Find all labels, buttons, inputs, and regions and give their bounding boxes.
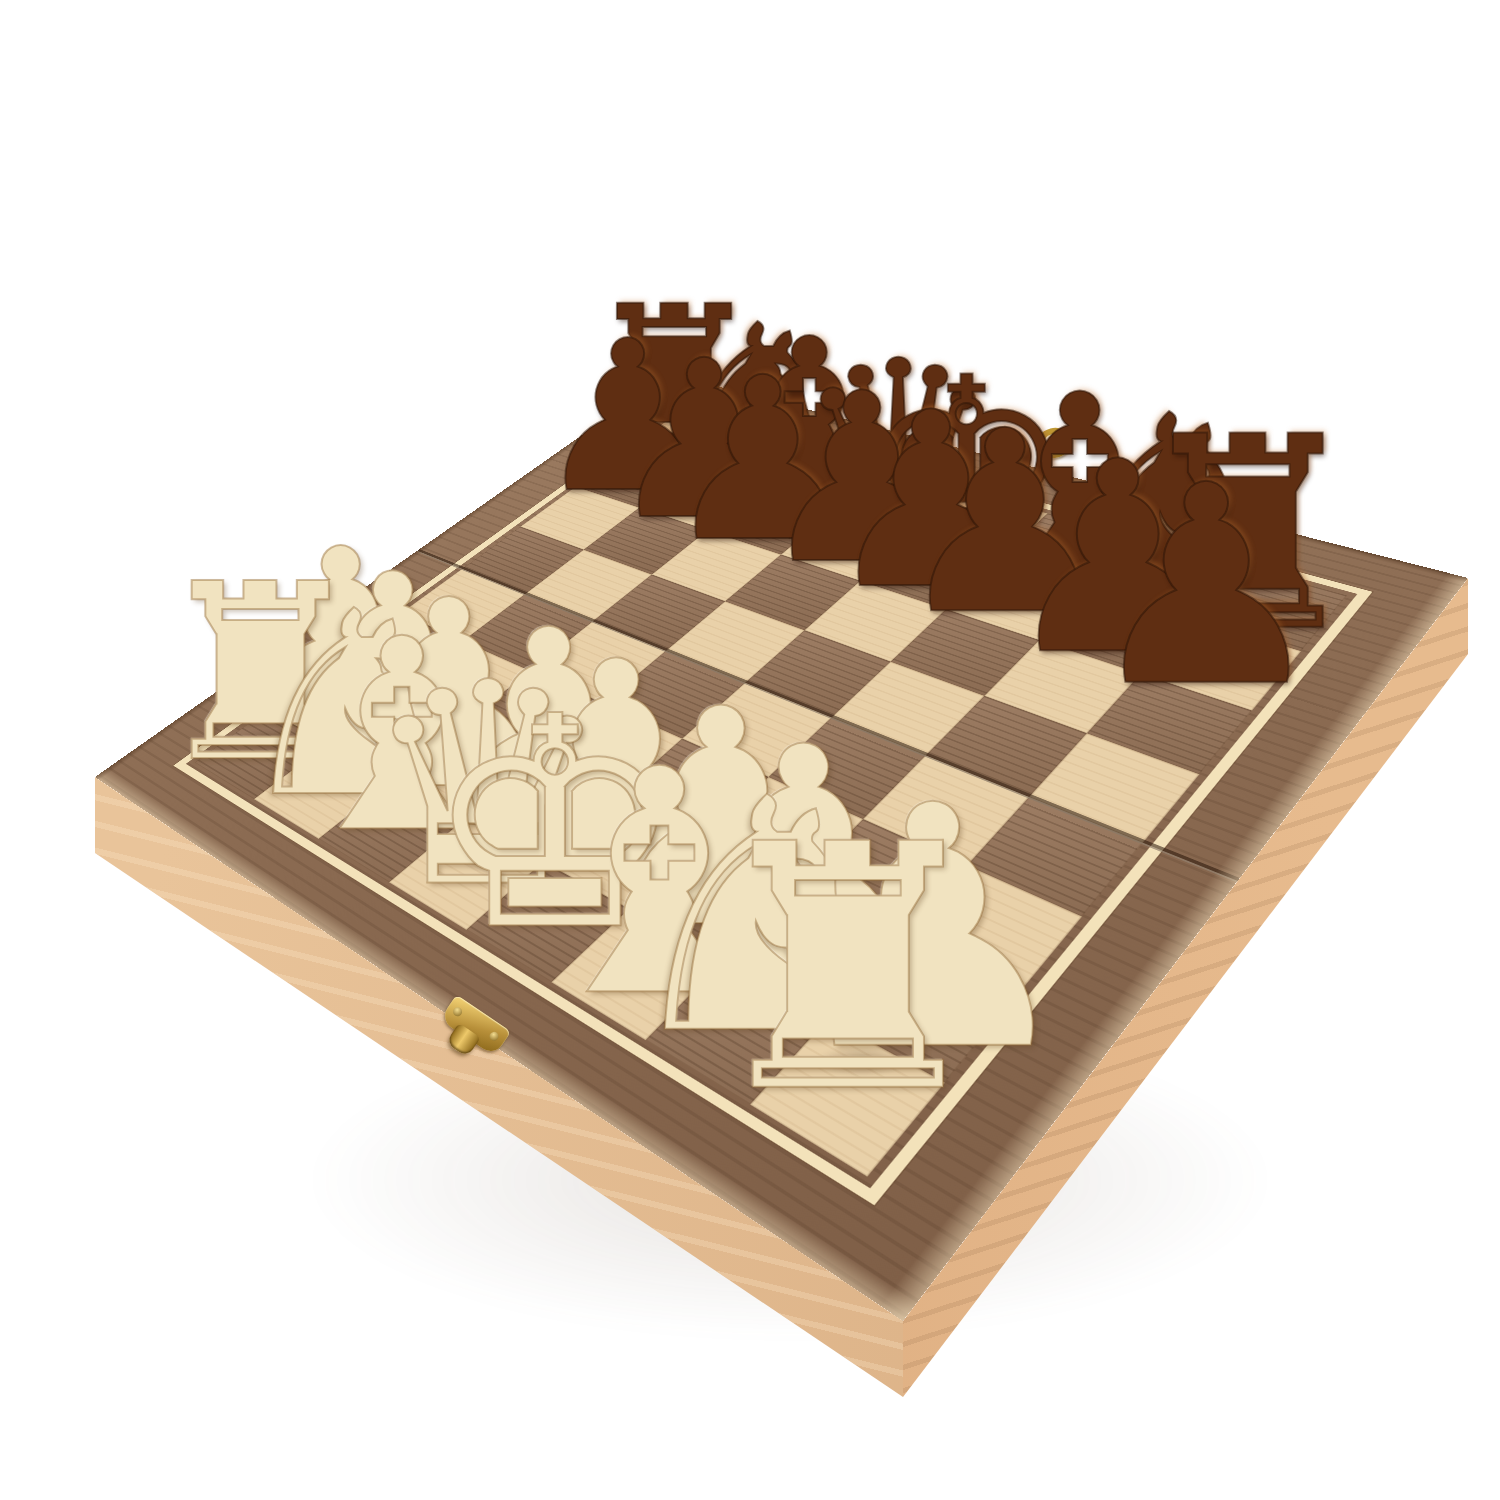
product-photo-stage: ♜♞♝♛♚♝♞♜♟♟♟♟♟♟♟♟♟♟♟♟♟♟♟♟♜♞♝♛♚♝♞♜ Standar…: [0, 0, 1500, 1500]
piece-white-rook[interactable]: ♜: [696, 800, 999, 1138]
pieces-layer: ♜♞♝♛♚♝♞♜♟♟♟♟♟♟♟♟♟♟♟♟♟♟♟♟♜♞♝♛♚♝♞♜: [0, 0, 1500, 1500]
piece-black-pawn[interactable]: ♟: [1083, 449, 1330, 724]
